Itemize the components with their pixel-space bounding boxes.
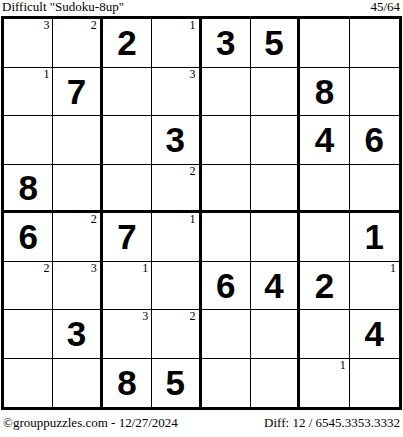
cell-r5c8[interactable]: 1 <box>350 213 399 262</box>
cell-r8c2[interactable] <box>53 359 102 408</box>
cell-r5c6[interactable] <box>251 213 300 262</box>
given-digit: 7 <box>67 74 86 109</box>
cell-r4c6[interactable] <box>251 165 300 214</box>
pencil-mark: 1 <box>390 262 396 275</box>
cell-r4c4[interactable]: 2 <box>152 165 201 214</box>
cell-r8c7[interactable]: 1 <box>300 359 349 408</box>
cell-r7c6[interactable] <box>251 310 300 359</box>
given-digit: 4 <box>315 122 334 157</box>
pencil-mark: 1 <box>190 213 196 226</box>
cell-r6c7[interactable]: 2 <box>300 262 349 311</box>
cell-r4c7[interactable] <box>300 165 349 214</box>
cell-r5c3[interactable]: 7 <box>103 213 152 262</box>
given-digit: 7 <box>117 219 136 254</box>
cell-r4c5[interactable] <box>202 165 251 214</box>
given-digit: 1 <box>365 219 384 254</box>
pencil-mark: 1 <box>43 68 49 81</box>
cell-r3c7[interactable]: 4 <box>300 116 349 165</box>
cell-r1c4[interactable]: 1 <box>152 19 201 68</box>
cell-r3c6[interactable] <box>251 116 300 165</box>
cell-r8c6[interactable] <box>251 359 300 408</box>
cell-r1c2[interactable]: 2 <box>53 19 102 68</box>
cell-r7c8[interactable]: 4 <box>350 310 399 359</box>
given-digit: 2 <box>315 268 334 303</box>
cell-r1c3[interactable]: 2 <box>103 19 152 68</box>
pencil-mark: 3 <box>190 68 196 81</box>
cell-r6c2[interactable]: 3 <box>53 262 102 311</box>
cell-r5c7[interactable] <box>300 213 349 262</box>
pencil-mark: 1 <box>190 19 196 32</box>
given-digit: 5 <box>166 365 185 400</box>
cell-r1c5[interactable]: 3 <box>202 19 251 68</box>
cell-r2c1[interactable]: 1 <box>4 68 53 117</box>
cell-r4c8[interactable] <box>350 165 399 214</box>
cell-r8c4[interactable]: 5 <box>152 359 201 408</box>
cell-r7c3[interactable]: 3 <box>103 310 152 359</box>
cell-r6c3[interactable]: 1 <box>103 262 152 311</box>
pencil-mark: 2 <box>43 262 49 275</box>
cell-r1c1[interactable]: 3 <box>4 19 53 68</box>
cell-r8c5[interactable] <box>202 359 251 408</box>
cell-r4c2[interactable] <box>53 165 102 214</box>
given-digit: 4 <box>264 268 283 303</box>
given-digit: 4 <box>365 316 384 351</box>
cell-r3c5[interactable] <box>202 116 251 165</box>
pencil-mark: 2 <box>91 213 97 226</box>
header: Difficult "Sudoku-8up" 45/64 <box>2 0 400 15</box>
given-digit: 3 <box>166 122 185 157</box>
cell-r6c8[interactable]: 1 <box>350 262 399 311</box>
given-digit: 8 <box>18 170 37 205</box>
cell-r7c7[interactable] <box>300 310 349 359</box>
cell-r3c1[interactable] <box>4 116 53 165</box>
pencil-mark: 2 <box>91 19 97 32</box>
cell-r3c4[interactable]: 3 <box>152 116 201 165</box>
copyright-text: ©grouppuzzles.com - 12/27/2024 <box>3 416 178 430</box>
given-digit: 2 <box>117 25 136 60</box>
cell-r4c1[interactable]: 8 <box>4 165 53 214</box>
cell-r6c1[interactable]: 2 <box>4 262 53 311</box>
cell-r6c5[interactable]: 6 <box>202 262 251 311</box>
pencil-mark: 1 <box>340 359 346 372</box>
cell-r1c8[interactable] <box>350 19 399 68</box>
cell-r3c8[interactable]: 6 <box>350 116 399 165</box>
cell-r2c2[interactable]: 7 <box>53 68 102 117</box>
cell-r5c1[interactable]: 6 <box>4 213 53 262</box>
cell-r2c4[interactable]: 3 <box>152 68 201 117</box>
cell-r1c6[interactable]: 5 <box>251 19 300 68</box>
cell-r6c6[interactable]: 4 <box>251 262 300 311</box>
cell-r5c5[interactable] <box>202 213 251 262</box>
cell-r5c2[interactable]: 2 <box>53 213 102 262</box>
sudoku-page: Difficult "Sudoku-8up" 45/64 32213517383… <box>0 0 403 437</box>
cell-r7c2[interactable]: 3 <box>53 310 102 359</box>
cell-r3c2[interactable] <box>53 116 102 165</box>
pencil-mark: 3 <box>142 310 148 323</box>
cell-r7c5[interactable] <box>202 310 251 359</box>
given-digit: 6 <box>18 219 37 254</box>
cell-r2c8[interactable] <box>350 68 399 117</box>
given-digit: 6 <box>365 122 384 157</box>
given-digit: 6 <box>216 268 235 303</box>
cell-r2c6[interactable] <box>251 68 300 117</box>
given-digit: 3 <box>216 25 235 60</box>
footer: ©grouppuzzles.com - 12/27/2024 Diff: 12 … <box>3 416 400 432</box>
given-digit: 8 <box>315 74 334 109</box>
cell-r8c1[interactable] <box>4 359 53 408</box>
cell-r5c4[interactable]: 1 <box>152 213 201 262</box>
given-digit: 8 <box>117 365 136 400</box>
puzzle-title: Difficult "Sudoku-8up" <box>2 0 124 14</box>
pencil-mark: 3 <box>91 262 97 275</box>
sudoku-board: 3221351738346826271123164213324851 <box>1 16 402 410</box>
given-digit: 3 <box>67 316 86 351</box>
pencil-mark: 1 <box>142 262 148 275</box>
pencil-mark: 2 <box>190 165 196 178</box>
cell-r8c8[interactable] <box>350 359 399 408</box>
cell-r1c7[interactable] <box>300 19 349 68</box>
cell-r2c5[interactable] <box>202 68 251 117</box>
empty-cell-counter: 45/64 <box>370 0 400 14</box>
cell-r2c3[interactable] <box>103 68 152 117</box>
cell-r7c4[interactable]: 2 <box>152 310 201 359</box>
difficulty-text: Diff: 12 / 6545.3353.3332 <box>264 416 400 430</box>
cell-r4c3[interactable] <box>103 165 152 214</box>
cell-r7c1[interactable] <box>4 310 53 359</box>
pencil-mark: 2 <box>190 310 196 323</box>
given-digit: 5 <box>264 25 283 60</box>
cell-r3c3[interactable] <box>103 116 152 165</box>
cell-r8c3[interactable]: 8 <box>103 359 152 408</box>
cell-r6c4[interactable] <box>152 262 201 311</box>
pencil-mark: 3 <box>43 19 49 32</box>
cell-r2c7[interactable]: 8 <box>300 68 349 117</box>
